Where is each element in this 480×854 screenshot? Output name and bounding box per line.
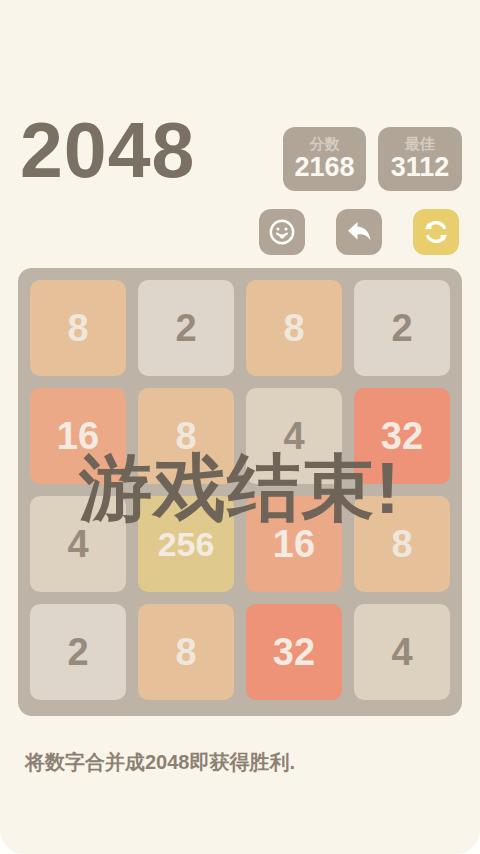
tile-256: 256	[138, 496, 234, 592]
emoji-mode-button[interactable]	[259, 209, 305, 255]
undo-arrow-icon	[344, 217, 374, 247]
restart-cycle-icon	[421, 217, 451, 247]
tile-8: 8	[354, 496, 450, 592]
tile-2: 2	[30, 604, 126, 700]
score-label: 分数	[310, 135, 340, 153]
tile-32: 32	[354, 388, 450, 484]
game-title: 2048	[20, 112, 195, 189]
tile-32: 32	[246, 604, 342, 700]
best-score-label: 最佳	[405, 135, 435, 153]
restart-button[interactable]	[413, 209, 459, 255]
score-value: 2168	[294, 153, 354, 183]
tile-8: 8	[30, 280, 126, 376]
tile-16: 16	[30, 388, 126, 484]
tile-8: 8	[246, 280, 342, 376]
tile-2: 2	[138, 280, 234, 376]
game-board[interactable]: 8282168432425616828324	[18, 268, 462, 716]
tile-8: 8	[138, 604, 234, 700]
score-panel: 分数 2168	[283, 127, 366, 191]
board-grid: 8282168432425616828324	[18, 268, 462, 712]
app-container: 2048 分数 2168 最佳 3112	[0, 0, 480, 854]
tile-2: 2	[354, 280, 450, 376]
best-score-value: 3112	[391, 153, 450, 183]
instructions-text: 将数字合并成2048即获得胜利.	[25, 749, 295, 775]
tile-4: 4	[246, 388, 342, 484]
best-score-panel: 最佳 3112	[378, 127, 462, 191]
undo-button[interactable]	[336, 209, 382, 255]
tile-4: 4	[30, 496, 126, 592]
tile-16: 16	[246, 496, 342, 592]
tile-4: 4	[354, 604, 450, 700]
face-with-tongue-icon	[266, 216, 298, 248]
tile-8: 8	[138, 388, 234, 484]
